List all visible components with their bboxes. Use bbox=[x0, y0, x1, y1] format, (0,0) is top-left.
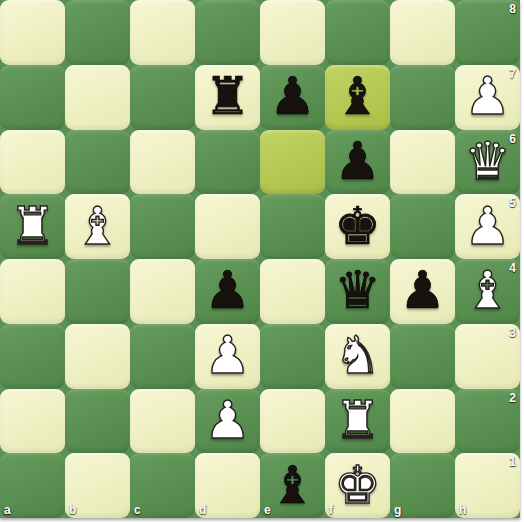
file-label-a: a bbox=[4, 503, 11, 517]
black-pawn-piece[interactable]: ♟ bbox=[269, 70, 316, 122]
black-queen-piece[interactable]: ♛ bbox=[334, 264, 381, 316]
square-e3[interactable] bbox=[260, 324, 325, 389]
black-king-piece[interactable]: ♚ bbox=[334, 200, 381, 252]
square-h1[interactable]: 1h bbox=[455, 453, 520, 518]
rank-label-3: 3 bbox=[509, 326, 516, 340]
square-a4[interactable] bbox=[0, 259, 65, 324]
square-c8[interactable] bbox=[130, 0, 195, 65]
square-d6[interactable] bbox=[195, 130, 260, 195]
file-label-c: c bbox=[134, 503, 141, 517]
rank-label-8: 8 bbox=[509, 2, 516, 16]
square-h4[interactable]: 4♝ bbox=[455, 259, 520, 324]
square-b6[interactable] bbox=[65, 130, 130, 195]
square-g3[interactable] bbox=[390, 324, 455, 389]
white-pawn-piece[interactable]: ♟ bbox=[464, 200, 511, 252]
square-g8[interactable] bbox=[390, 0, 455, 65]
white-rook-piece[interactable]: ♜ bbox=[334, 394, 381, 446]
chess-app-page: 8♜♟♝7♟♟6♛♜♝♚5♟♟♛♟4♝♟♞3♟♜2abcde♝f♚g1h bbox=[0, 0, 524, 522]
square-g4[interactable]: ♟ bbox=[390, 259, 455, 324]
black-rook-piece[interactable]: ♜ bbox=[204, 70, 251, 122]
square-b8[interactable] bbox=[65, 0, 130, 65]
square-d2[interactable]: ♟ bbox=[195, 389, 260, 454]
square-d3[interactable]: ♟ bbox=[195, 324, 260, 389]
square-d7[interactable]: ♜ bbox=[195, 65, 260, 130]
white-pawn-piece[interactable]: ♟ bbox=[204, 329, 251, 381]
black-bishop-piece[interactable]: ♝ bbox=[334, 70, 381, 122]
square-f7[interactable]: ♝ bbox=[325, 65, 390, 130]
square-c3[interactable] bbox=[130, 324, 195, 389]
square-a1[interactable]: a bbox=[0, 453, 65, 518]
square-f8[interactable] bbox=[325, 0, 390, 65]
square-h3[interactable]: 3 bbox=[455, 324, 520, 389]
square-g1[interactable]: g bbox=[390, 453, 455, 518]
square-e6[interactable] bbox=[260, 130, 325, 195]
square-a2[interactable] bbox=[0, 389, 65, 454]
white-bishop-piece[interactable]: ♝ bbox=[74, 200, 121, 252]
square-b4[interactable] bbox=[65, 259, 130, 324]
white-knight-piece[interactable]: ♞ bbox=[334, 329, 381, 381]
square-d4[interactable]: ♟ bbox=[195, 259, 260, 324]
white-pawn-piece[interactable]: ♟ bbox=[464, 70, 511, 122]
square-f5[interactable]: ♚ bbox=[325, 194, 390, 259]
square-c2[interactable] bbox=[130, 389, 195, 454]
white-king-piece[interactable]: ♚ bbox=[334, 459, 381, 511]
square-b3[interactable] bbox=[65, 324, 130, 389]
square-b5[interactable]: ♝ bbox=[65, 194, 130, 259]
square-d1[interactable]: d bbox=[195, 453, 260, 518]
square-h5[interactable]: 5♟ bbox=[455, 194, 520, 259]
square-a6[interactable] bbox=[0, 130, 65, 195]
rank-label-1: 1 bbox=[509, 455, 516, 469]
square-f1[interactable]: f♚ bbox=[325, 453, 390, 518]
white-queen-piece[interactable]: ♛ bbox=[464, 135, 511, 187]
black-pawn-piece[interactable]: ♟ bbox=[204, 264, 251, 316]
black-pawn-piece[interactable]: ♟ bbox=[334, 135, 381, 187]
rank-label-2: 2 bbox=[509, 391, 516, 405]
square-a7[interactable] bbox=[0, 65, 65, 130]
black-pawn-piece[interactable]: ♟ bbox=[399, 264, 446, 316]
square-f3[interactable]: ♞ bbox=[325, 324, 390, 389]
square-c4[interactable] bbox=[130, 259, 195, 324]
file-label-g: g bbox=[394, 503, 401, 517]
square-e8[interactable] bbox=[260, 0, 325, 65]
square-c5[interactable] bbox=[130, 194, 195, 259]
square-c1[interactable]: c bbox=[130, 453, 195, 518]
file-label-b: b bbox=[69, 503, 76, 517]
file-label-h: h bbox=[459, 503, 466, 517]
square-e5[interactable] bbox=[260, 194, 325, 259]
square-e7[interactable]: ♟ bbox=[260, 65, 325, 130]
square-h7[interactable]: 7♟ bbox=[455, 65, 520, 130]
square-g7[interactable] bbox=[390, 65, 455, 130]
square-b1[interactable]: b bbox=[65, 453, 130, 518]
square-e2[interactable] bbox=[260, 389, 325, 454]
square-e1[interactable]: e♝ bbox=[260, 453, 325, 518]
square-f6[interactable]: ♟ bbox=[325, 130, 390, 195]
square-f4[interactable]: ♛ bbox=[325, 259, 390, 324]
square-g2[interactable] bbox=[390, 389, 455, 454]
square-h8[interactable]: 8 bbox=[455, 0, 520, 65]
square-g6[interactable] bbox=[390, 130, 455, 195]
square-c7[interactable] bbox=[130, 65, 195, 130]
white-pawn-piece[interactable]: ♟ bbox=[204, 394, 251, 446]
white-rook-piece[interactable]: ♜ bbox=[9, 200, 56, 252]
square-h6[interactable]: 6♛ bbox=[455, 130, 520, 195]
square-f2[interactable]: ♜ bbox=[325, 389, 390, 454]
square-b2[interactable] bbox=[65, 389, 130, 454]
file-label-f: f bbox=[329, 503, 333, 517]
square-e4[interactable] bbox=[260, 259, 325, 324]
white-bishop-piece[interactable]: ♝ bbox=[464, 264, 511, 316]
square-h2[interactable]: 2 bbox=[455, 389, 520, 454]
file-label-d: d bbox=[199, 503, 206, 517]
square-g5[interactable] bbox=[390, 194, 455, 259]
square-b7[interactable] bbox=[65, 65, 130, 130]
square-d8[interactable] bbox=[195, 0, 260, 65]
square-a8[interactable] bbox=[0, 0, 65, 65]
black-bishop-piece[interactable]: ♝ bbox=[269, 459, 316, 511]
square-d5[interactable] bbox=[195, 194, 260, 259]
square-a3[interactable] bbox=[0, 324, 65, 389]
chess-board: 8♜♟♝7♟♟6♛♜♝♚5♟♟♛♟4♝♟♞3♟♜2abcde♝f♚g1h bbox=[0, 0, 520, 518]
square-c6[interactable] bbox=[130, 130, 195, 195]
square-a5[interactable]: ♜ bbox=[0, 194, 65, 259]
